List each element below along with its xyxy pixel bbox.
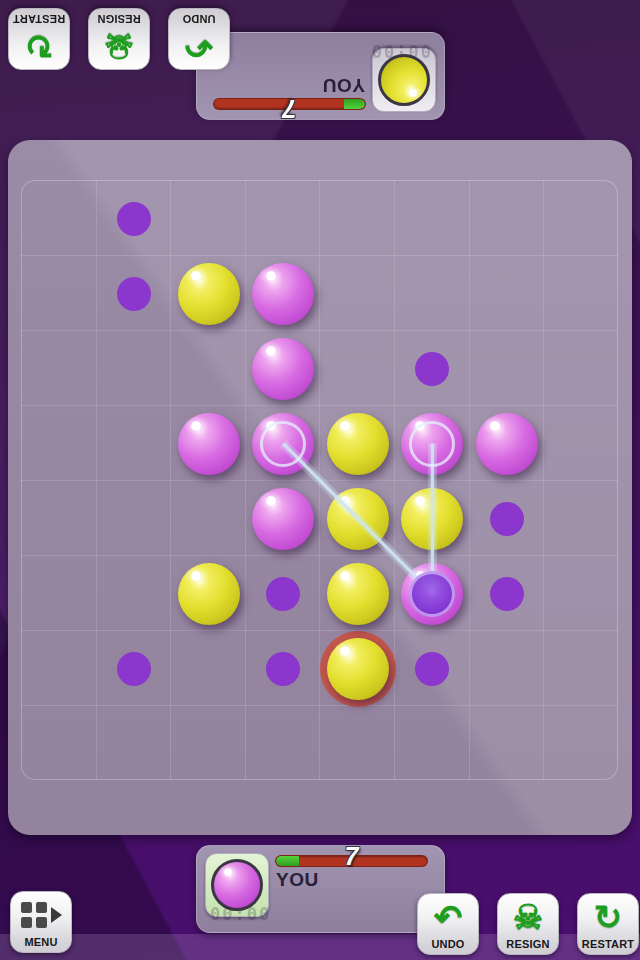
timer-bottom: 00:00 — [210, 904, 271, 924]
menu-grid-icon — [21, 894, 62, 936]
board-grid[interactable] — [21, 180, 618, 780]
resign-label: RESIGN — [97, 13, 140, 25]
player-panel-top: 00:00 7 YOU — [196, 32, 445, 120]
hint-dot[interactable] — [266, 577, 300, 611]
yellow-piece[interactable] — [327, 413, 389, 475]
resign-button-top[interactable]: ☠ RESIGN — [88, 8, 150, 70]
board-panel — [8, 140, 632, 835]
hint-dot[interactable] — [490, 577, 524, 611]
magenta-piece[interactable] — [476, 413, 538, 475]
menu-button[interactable]: MENU — [10, 891, 72, 953]
undo-icon: ↶ — [185, 25, 214, 67]
player-name-bottom: YOU — [276, 869, 319, 891]
yellow-piece[interactable] — [178, 563, 240, 625]
flip-lines-overlay — [22, 181, 619, 781]
game-screen: 00:00 7 YOU 00:00 7 YOU ↻ RESTART ☠ RESI… — [0, 0, 640, 960]
yellow-piece[interactable] — [327, 488, 389, 550]
magenta-piece[interactable] — [252, 338, 314, 400]
timer-top: 00:00 — [370, 41, 431, 61]
flip-source-ring — [409, 421, 455, 467]
selected-cell-marker — [409, 571, 455, 617]
menu-arrow-icon — [51, 907, 62, 923]
hint-dot[interactable] — [117, 202, 151, 236]
resign-icon: ☠ — [104, 25, 134, 67]
hint-dot[interactable] — [415, 352, 449, 386]
magenta-piece[interactable] — [178, 413, 240, 475]
menu-label: MENU — [24, 936, 57, 948]
undo-label: UNDO — [431, 938, 464, 950]
magenta-piece[interactable] — [252, 263, 314, 325]
restart-label: RESTART — [582, 938, 635, 950]
yellow-piece[interactable] — [327, 563, 389, 625]
undo-label: UNDO — [182, 13, 215, 25]
score-value-top: 7 — [213, 94, 366, 123]
magenta-piece[interactable] — [252, 488, 314, 550]
menu-squares-icon — [21, 902, 47, 928]
hint-dot[interactable] — [266, 652, 300, 686]
resign-icon: ☠ — [513, 896, 543, 938]
flip-source-ring — [260, 421, 306, 467]
restart-icon: ↻ — [25, 25, 54, 67]
restart-button-bottom[interactable]: ↻ RESTART — [577, 893, 639, 955]
score-value-bottom: 7 — [275, 842, 428, 871]
undo-icon: ↶ — [434, 896, 463, 938]
restart-button-top[interactable]: ↻ RESTART — [8, 8, 70, 70]
undo-button-top[interactable]: ↶ UNDO — [168, 8, 230, 70]
yellow-piece[interactable] — [327, 638, 389, 700]
player-name-top: YOU — [322, 74, 365, 96]
restart-label: RESTART — [13, 13, 66, 25]
avatar-bubble-top — [378, 54, 430, 106]
hint-dot[interactable] — [415, 652, 449, 686]
yellow-piece[interactable] — [178, 263, 240, 325]
resign-label: RESIGN — [506, 938, 549, 950]
undo-button-bottom[interactable]: ↶ UNDO — [417, 893, 479, 955]
restart-icon: ↻ — [594, 896, 623, 938]
player-panel-bottom: 00:00 7 YOU — [196, 845, 445, 933]
hint-dot[interactable] — [490, 502, 524, 536]
resign-button-bottom[interactable]: ☠ RESIGN — [497, 893, 559, 955]
hint-dot[interactable] — [117, 652, 151, 686]
yellow-piece[interactable] — [401, 488, 463, 550]
hint-dot[interactable] — [117, 277, 151, 311]
